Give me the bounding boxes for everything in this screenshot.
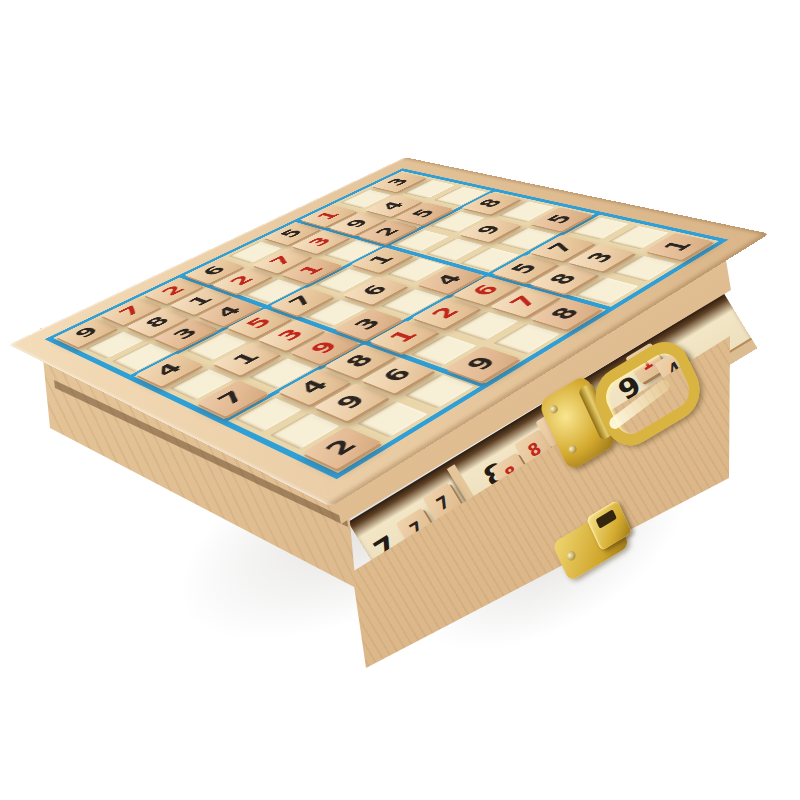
tile-digit: 9	[332, 392, 372, 411]
tile-digit: 2	[428, 305, 465, 321]
tile-digit: 3	[305, 236, 336, 248]
tile-digit: 5	[543, 213, 577, 225]
tile-digit: 2	[372, 226, 404, 238]
tile-digit: 7	[266, 255, 297, 268]
tile-digit: 6	[468, 283, 504, 298]
tile-digit: 4	[378, 200, 408, 211]
tile-digit: 4	[295, 378, 333, 397]
tile-digit: 9	[71, 325, 103, 340]
tile-digit: 4	[213, 304, 246, 319]
tile-digit: 5	[408, 208, 439, 219]
tile-digit: 5	[277, 228, 307, 240]
tile-digit: 4	[152, 361, 187, 378]
tile-digit: 9	[462, 355, 502, 373]
tile-digit: 7	[115, 304, 146, 318]
product-photo-stage: 7 8 9 7788814 97265138127394341254571813…	[0, 0, 800, 800]
tile-digit: 1	[295, 264, 327, 277]
tile-digit: 7	[214, 389, 251, 408]
tile-digit: 1	[385, 328, 422, 345]
tile-digit: 2	[321, 437, 363, 459]
tile-digit: 3	[274, 327, 309, 343]
tile-digit: 5	[507, 262, 543, 276]
tile-digit: 9	[307, 339, 344, 356]
tile-digit: 6	[199, 265, 230, 278]
tile-digit: 9	[342, 218, 373, 229]
tile-digit: 1	[365, 253, 398, 266]
tile-digit: 7	[285, 294, 319, 308]
tile-digit: 3	[169, 326, 202, 341]
tile-digit: 8	[475, 198, 507, 209]
tile-digit: 8	[341, 352, 379, 369]
tile-digit: 5	[242, 316, 276, 331]
tile-digit: 6	[378, 366, 417, 384]
tile-digit: 2	[226, 274, 258, 287]
tile-digit: 3	[350, 316, 386, 332]
tile-digit: 6	[358, 283, 392, 297]
tile-digit: 7	[506, 294, 544, 309]
tile-digit: 7	[544, 241, 580, 254]
tile-digit: 3	[583, 251, 620, 265]
tile-digit: 1	[314, 210, 344, 221]
tile-digit: 8	[545, 272, 582, 287]
tile-digit: 9	[473, 224, 506, 236]
tile-digit: 2	[158, 284, 189, 297]
tile-digit: 1	[185, 294, 217, 308]
tile-digit: 1	[229, 350, 265, 367]
tile-digit: 8	[546, 306, 585, 322]
tile-digit: 1	[660, 240, 698, 254]
tile-digit: 4	[432, 273, 467, 287]
tile-digit: 8	[142, 315, 174, 330]
tile-digit: 3	[384, 177, 413, 187]
